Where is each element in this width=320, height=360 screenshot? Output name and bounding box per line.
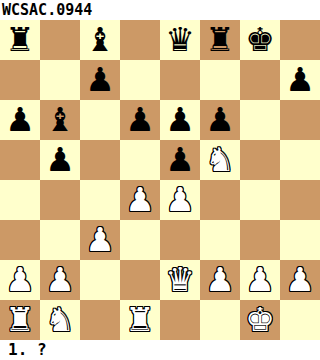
piece-black-pawn[interactable]: ♟ <box>285 60 315 100</box>
square-d1[interactable]: ♜ <box>120 300 160 340</box>
status-bar: 1. ? <box>0 340 320 360</box>
piece-black-queen[interactable]: ♛ <box>165 20 195 60</box>
square-e2[interactable]: ♛ <box>160 260 200 300</box>
square-d3[interactable] <box>120 220 160 260</box>
square-a3[interactable] <box>0 220 40 260</box>
square-b7[interactable] <box>40 60 80 100</box>
square-b8[interactable] <box>40 20 80 60</box>
square-f5[interactable]: ♞ <box>200 140 240 180</box>
square-g4[interactable] <box>240 180 280 220</box>
square-a7[interactable] <box>0 60 40 100</box>
piece-white-pawn[interactable]: ♟ <box>285 260 315 300</box>
title-bar: WCSAC.0944 <box>0 0 320 20</box>
square-g5[interactable] <box>240 140 280 180</box>
square-f6[interactable]: ♟ <box>200 100 240 140</box>
piece-black-pawn[interactable]: ♟ <box>45 140 75 180</box>
window-title: WCSAC.0944 <box>0 0 92 20</box>
square-c2[interactable] <box>80 260 120 300</box>
piece-white-knight[interactable]: ♞ <box>205 140 235 180</box>
square-a8[interactable]: ♜ <box>0 20 40 60</box>
square-e3[interactable] <box>160 220 200 260</box>
square-e5[interactable]: ♟ <box>160 140 200 180</box>
square-h4[interactable] <box>280 180 320 220</box>
square-c3[interactable]: ♟ <box>80 220 120 260</box>
piece-black-pawn[interactable]: ♟ <box>85 60 115 100</box>
chess-board: ♜♝♛♜♚♟♟♟♝♟♟♟♟♟♞♟♟♟♟♟♛♟♟♟♜♞♜♚ <box>0 20 320 340</box>
piece-white-pawn[interactable]: ♟ <box>5 260 35 300</box>
piece-white-king[interactable]: ♚ <box>245 300 275 340</box>
square-d8[interactable] <box>120 20 160 60</box>
square-e4[interactable]: ♟ <box>160 180 200 220</box>
piece-black-rook[interactable]: ♜ <box>5 20 35 60</box>
piece-white-pawn[interactable]: ♟ <box>245 260 275 300</box>
square-b5[interactable]: ♟ <box>40 140 80 180</box>
square-a6[interactable]: ♟ <box>0 100 40 140</box>
square-g3[interactable] <box>240 220 280 260</box>
piece-black-pawn[interactable]: ♟ <box>205 100 235 140</box>
piece-white-pawn[interactable]: ♟ <box>85 220 115 260</box>
square-f4[interactable] <box>200 180 240 220</box>
square-g6[interactable] <box>240 100 280 140</box>
square-e6[interactable]: ♟ <box>160 100 200 140</box>
piece-black-pawn[interactable]: ♟ <box>5 100 35 140</box>
square-c1[interactable] <box>80 300 120 340</box>
square-d7[interactable] <box>120 60 160 100</box>
piece-white-pawn[interactable]: ♟ <box>45 260 75 300</box>
piece-black-pawn[interactable]: ♟ <box>125 100 155 140</box>
piece-white-knight[interactable]: ♞ <box>45 300 75 340</box>
square-h3[interactable] <box>280 220 320 260</box>
piece-black-bishop[interactable]: ♝ <box>85 20 115 60</box>
square-h1[interactable] <box>280 300 320 340</box>
piece-black-pawn[interactable]: ♟ <box>165 140 195 180</box>
square-g8[interactable]: ♚ <box>240 20 280 60</box>
square-a1[interactable]: ♜ <box>0 300 40 340</box>
square-a5[interactable] <box>0 140 40 180</box>
piece-white-queen[interactable]: ♛ <box>165 260 195 300</box>
piece-black-rook[interactable]: ♜ <box>205 20 235 60</box>
square-f8[interactable]: ♜ <box>200 20 240 60</box>
square-e7[interactable] <box>160 60 200 100</box>
square-b6[interactable]: ♝ <box>40 100 80 140</box>
square-c7[interactable]: ♟ <box>80 60 120 100</box>
square-b4[interactable] <box>40 180 80 220</box>
piece-white-pawn[interactable]: ♟ <box>165 180 195 220</box>
piece-white-pawn[interactable]: ♟ <box>125 180 155 220</box>
square-f3[interactable] <box>200 220 240 260</box>
piece-black-king[interactable]: ♚ <box>245 20 275 60</box>
square-b2[interactable]: ♟ <box>40 260 80 300</box>
square-d5[interactable] <box>120 140 160 180</box>
square-b3[interactable] <box>40 220 80 260</box>
square-d2[interactable] <box>120 260 160 300</box>
piece-white-rook[interactable]: ♜ <box>125 300 155 340</box>
square-h8[interactable] <box>280 20 320 60</box>
square-f7[interactable] <box>200 60 240 100</box>
piece-black-bishop[interactable]: ♝ <box>45 100 75 140</box>
square-g1[interactable]: ♚ <box>240 300 280 340</box>
square-a4[interactable] <box>0 180 40 220</box>
square-e8[interactable]: ♛ <box>160 20 200 60</box>
square-d6[interactable]: ♟ <box>120 100 160 140</box>
move-prompt: 1. ? <box>0 340 47 360</box>
square-b1[interactable]: ♞ <box>40 300 80 340</box>
square-c4[interactable] <box>80 180 120 220</box>
piece-black-pawn[interactable]: ♟ <box>165 100 195 140</box>
piece-white-pawn[interactable]: ♟ <box>205 260 235 300</box>
square-d4[interactable]: ♟ <box>120 180 160 220</box>
square-g7[interactable] <box>240 60 280 100</box>
square-h5[interactable] <box>280 140 320 180</box>
square-h2[interactable]: ♟ <box>280 260 320 300</box>
piece-white-rook[interactable]: ♜ <box>5 300 35 340</box>
square-c5[interactable] <box>80 140 120 180</box>
square-f1[interactable] <box>200 300 240 340</box>
square-h6[interactable] <box>280 100 320 140</box>
square-c6[interactable] <box>80 100 120 140</box>
square-a2[interactable]: ♟ <box>0 260 40 300</box>
square-e1[interactable] <box>160 300 200 340</box>
square-h7[interactable]: ♟ <box>280 60 320 100</box>
square-g2[interactable]: ♟ <box>240 260 280 300</box>
square-f2[interactable]: ♟ <box>200 260 240 300</box>
square-c8[interactable]: ♝ <box>80 20 120 60</box>
